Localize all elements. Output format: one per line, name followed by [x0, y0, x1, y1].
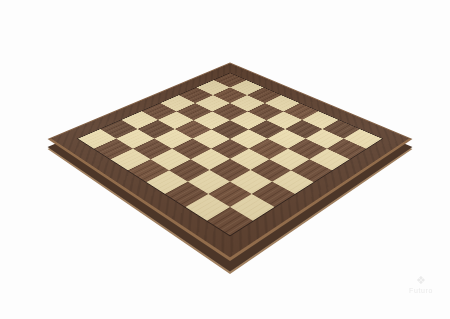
- watermark: ❖ Futuro: [396, 274, 446, 295]
- watermark-text: Futuro: [396, 286, 446, 295]
- chessboard: [48, 63, 413, 261]
- board-grid: [77, 73, 384, 237]
- cube-logo-icon: ❖: [396, 274, 446, 286]
- board-scene: [0, 0, 450, 319]
- photo-background: ❖ Futuro: [0, 0, 450, 319]
